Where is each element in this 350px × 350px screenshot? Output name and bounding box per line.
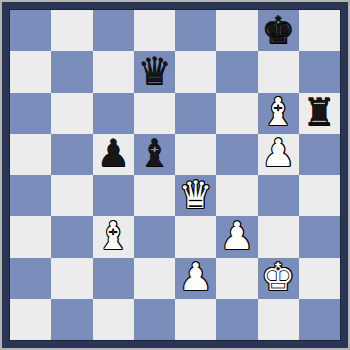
- square-c4[interactable]: [93, 175, 134, 216]
- square-c3[interactable]: ♝: [93, 216, 134, 257]
- square-e8[interactable]: [175, 10, 216, 51]
- white-pawn[interactable]: ♟: [220, 217, 254, 255]
- square-e3[interactable]: [175, 216, 216, 257]
- square-f6[interactable]: [216, 93, 257, 134]
- square-h1[interactable]: [299, 299, 340, 340]
- square-e5[interactable]: [175, 134, 216, 175]
- square-d8[interactable]: [134, 10, 175, 51]
- square-f2[interactable]: [216, 258, 257, 299]
- square-g3[interactable]: [258, 216, 299, 257]
- white-pawn[interactable]: ♟: [261, 134, 295, 172]
- square-a7[interactable]: [10, 51, 51, 92]
- square-f5[interactable]: [216, 134, 257, 175]
- square-h3[interactable]: [299, 216, 340, 257]
- square-a3[interactable]: [10, 216, 51, 257]
- square-d4[interactable]: [134, 175, 175, 216]
- white-bishop[interactable]: ♝: [96, 217, 130, 255]
- square-d5[interactable]: ♝: [134, 134, 175, 175]
- square-b7[interactable]: [51, 51, 92, 92]
- square-b8[interactable]: [51, 10, 92, 51]
- square-c6[interactable]: [93, 93, 134, 134]
- square-g1[interactable]: [258, 299, 299, 340]
- square-b2[interactable]: [51, 258, 92, 299]
- square-g6[interactable]: ♝: [258, 93, 299, 134]
- square-c7[interactable]: [93, 51, 134, 92]
- board-frame: ♚♛♝♜♟♝♟♛♝♟♟♚: [0, 0, 350, 350]
- square-d1[interactable]: [134, 299, 175, 340]
- square-e7[interactable]: [175, 51, 216, 92]
- white-pawn[interactable]: ♟: [179, 258, 213, 296]
- square-a5[interactable]: [10, 134, 51, 175]
- square-g4[interactable]: [258, 175, 299, 216]
- square-d2[interactable]: [134, 258, 175, 299]
- square-g8[interactable]: ♚: [258, 10, 299, 51]
- square-g2[interactable]: ♚: [258, 258, 299, 299]
- square-b5[interactable]: [51, 134, 92, 175]
- black-rook[interactable]: ♜: [302, 93, 336, 131]
- square-h2[interactable]: [299, 258, 340, 299]
- square-c8[interactable]: [93, 10, 134, 51]
- square-f7[interactable]: [216, 51, 257, 92]
- square-f1[interactable]: [216, 299, 257, 340]
- square-a8[interactable]: [10, 10, 51, 51]
- chess-board: ♚♛♝♜♟♝♟♛♝♟♟♚: [10, 10, 340, 340]
- square-b6[interactable]: [51, 93, 92, 134]
- square-d3[interactable]: [134, 216, 175, 257]
- square-f8[interactable]: [216, 10, 257, 51]
- square-a6[interactable]: [10, 93, 51, 134]
- white-bishop[interactable]: ♝: [261, 93, 295, 131]
- square-d6[interactable]: [134, 93, 175, 134]
- square-e2[interactable]: ♟: [175, 258, 216, 299]
- black-queen[interactable]: ♛: [137, 52, 171, 90]
- square-b4[interactable]: [51, 175, 92, 216]
- square-f4[interactable]: [216, 175, 257, 216]
- black-king[interactable]: ♚: [261, 11, 295, 49]
- square-a4[interactable]: [10, 175, 51, 216]
- square-e4[interactable]: ♛: [175, 175, 216, 216]
- square-g5[interactable]: ♟: [258, 134, 299, 175]
- white-queen[interactable]: ♛: [179, 176, 213, 214]
- square-a1[interactable]: [10, 299, 51, 340]
- square-d7[interactable]: ♛: [134, 51, 175, 92]
- black-bishop[interactable]: ♝: [137, 134, 171, 172]
- square-h4[interactable]: [299, 175, 340, 216]
- square-c5[interactable]: ♟: [93, 134, 134, 175]
- black-pawn[interactable]: ♟: [96, 134, 130, 172]
- square-b1[interactable]: [51, 299, 92, 340]
- square-c2[interactable]: [93, 258, 134, 299]
- square-f3[interactable]: ♟: [216, 216, 257, 257]
- square-g7[interactable]: [258, 51, 299, 92]
- square-c1[interactable]: [93, 299, 134, 340]
- square-b3[interactable]: [51, 216, 92, 257]
- square-e1[interactable]: [175, 299, 216, 340]
- square-h5[interactable]: [299, 134, 340, 175]
- square-a2[interactable]: [10, 258, 51, 299]
- square-h6[interactable]: ♜: [299, 93, 340, 134]
- white-king[interactable]: ♚: [261, 258, 295, 296]
- square-e6[interactable]: [175, 93, 216, 134]
- square-h7[interactable]: [299, 51, 340, 92]
- square-h8[interactable]: [299, 10, 340, 51]
